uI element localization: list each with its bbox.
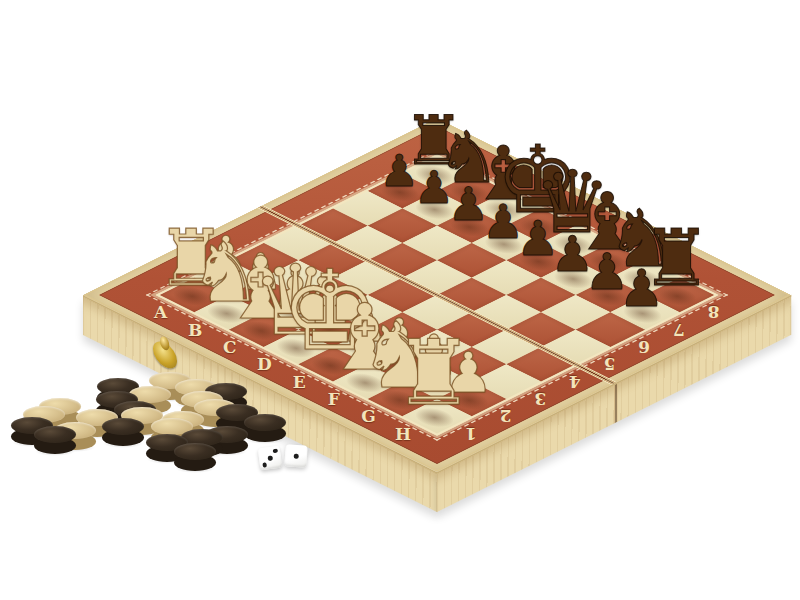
die-pip: [273, 448, 278, 453]
die-pip: [294, 454, 299, 459]
die-showing-3: [258, 446, 283, 471]
die-showing-1: [284, 444, 307, 467]
die-pip: [262, 462, 267, 467]
dice-pair: [0, 0, 800, 600]
product-photo: ♜♞♝♚♛♝♞♜♟♟♟♟♟♟♟♟♟♟♟♟♟♟♟♟♜♞♝♛♚♝♞♜ ABCDEFG…: [0, 0, 800, 600]
die-pip: [267, 455, 272, 460]
